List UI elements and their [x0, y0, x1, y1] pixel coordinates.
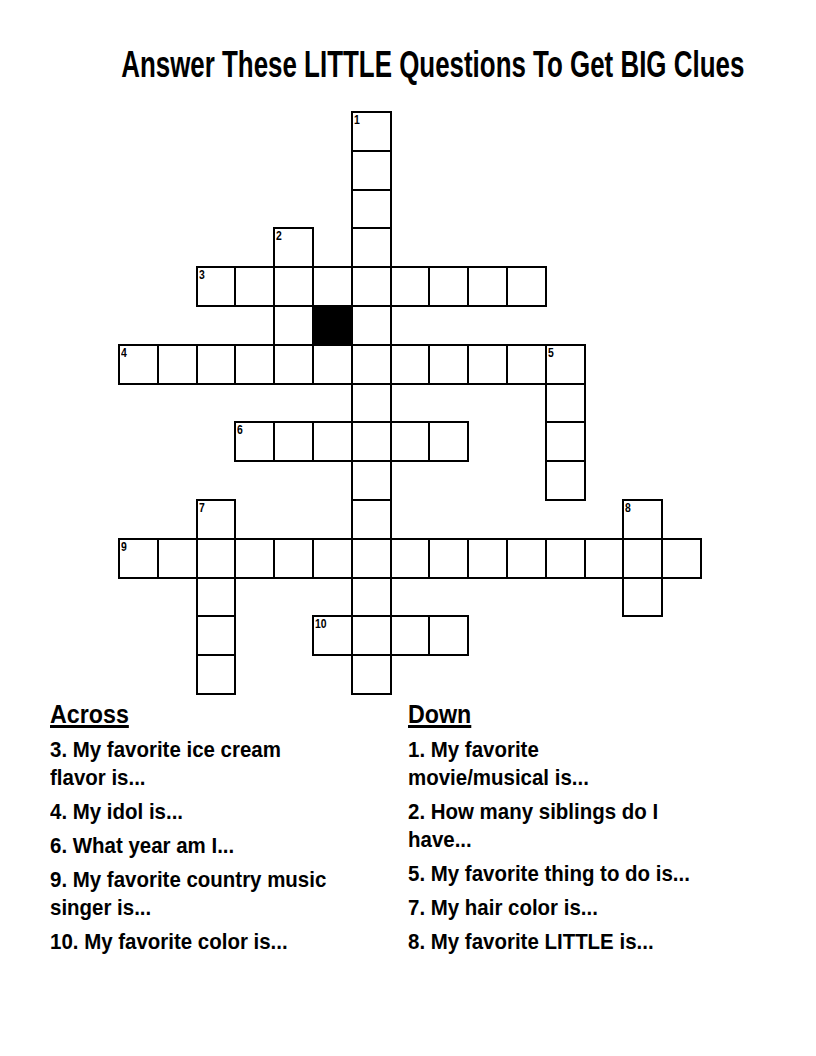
crossword-board: 12345678910 — [118, 111, 702, 695]
grid-cell[interactable] — [157, 538, 198, 579]
grid-cell[interactable] — [273, 538, 314, 579]
grid-cell[interactable] — [351, 305, 392, 346]
grid-cell[interactable] — [157, 344, 198, 385]
page-title: Answer These LITTLE Questions To Get BIG… — [0, 46, 816, 84]
grid-cell[interactable] — [312, 344, 353, 385]
grid-cell[interactable] — [390, 344, 431, 385]
grid-cell[interactable] — [661, 538, 702, 579]
grid-cell[interactable] — [467, 344, 508, 385]
grid-cell[interactable] — [273, 266, 314, 307]
grid-cell[interactable] — [196, 538, 237, 579]
crossword-worksheet-page: Answer These LITTLE Questions To Get BIG… — [0, 0, 816, 1056]
grid-cell[interactable] — [351, 460, 392, 501]
clue-down-5: 5. My favorite thing to do is... — [408, 860, 780, 888]
grid-cell[interactable] — [351, 499, 392, 540]
grid-cell[interactable] — [351, 227, 392, 268]
clue-line: 7. My hair color is... — [408, 894, 780, 922]
grid-cell[interactable]: 1 — [351, 111, 392, 152]
grid-cell[interactable] — [312, 421, 353, 462]
down-heading: Down — [408, 700, 780, 728]
grid-cell[interactable] — [351, 577, 392, 618]
grid-cell[interactable] — [545, 460, 586, 501]
grid-cell[interactable] — [351, 383, 392, 424]
across-clues-section: Across 3. My favorite ice creamflavor is… — [50, 700, 396, 962]
grid-cell[interactable] — [506, 344, 547, 385]
grid-cell[interactable]: 8 — [622, 499, 663, 540]
across-clue-list: 3. My favorite ice creamflavor is...4. M… — [50, 736, 396, 956]
clue-across-9: 9. My favorite country musicsinger is... — [50, 866, 396, 922]
grid-cell[interactable] — [196, 615, 237, 656]
clue-number: 6 — [237, 422, 243, 437]
grid-cell[interactable] — [351, 150, 392, 191]
clue-number: 10 — [315, 616, 327, 631]
clue-line: flavor is... — [50, 764, 396, 792]
page-title-text: Answer These LITTLE Questions To Get BIG… — [121, 46, 744, 84]
grid-cell[interactable]: 10 — [312, 615, 353, 656]
grid-cell[interactable] — [273, 421, 314, 462]
clue-across-6: 6. What year am I... — [50, 832, 396, 860]
clue-down-7: 7. My hair color is... — [408, 894, 780, 922]
grid-cell[interactable] — [351, 421, 392, 462]
grid-cell[interactable] — [467, 538, 508, 579]
grid-cell[interactable] — [312, 266, 353, 307]
clue-line: 4. My idol is... — [50, 798, 396, 826]
grid-cell[interactable] — [234, 266, 275, 307]
grid-cell[interactable] — [506, 266, 547, 307]
grid-cell[interactable] — [390, 538, 431, 579]
grid-cell[interactable] — [545, 421, 586, 462]
grid-cell[interactable] — [390, 421, 431, 462]
clue-across-4: 4. My idol is... — [50, 798, 396, 826]
clue-line: 3. My favorite ice cream — [50, 736, 396, 764]
clue-line: 10. My favorite color is... — [50, 928, 396, 956]
grid-cell[interactable]: 4 — [118, 344, 159, 385]
grid-cell[interactable] — [351, 538, 392, 579]
clue-number: 2 — [276, 228, 282, 243]
clue-number: 7 — [199, 500, 205, 515]
grid-cell[interactable]: 5 — [545, 344, 586, 385]
clue-number: 8 — [625, 500, 631, 515]
clue-number: 1 — [354, 112, 360, 127]
grid-cell[interactable] — [312, 538, 353, 579]
grid-cell[interactable] — [390, 615, 431, 656]
clue-line: 9. My favorite country music — [50, 866, 396, 894]
grid-cell[interactable] — [351, 344, 392, 385]
clue-down-1: 1. My favoritemovie/musical is... — [408, 736, 780, 792]
down-clue-list: 1. My favoritemovie/musical is...2. How … — [408, 736, 780, 956]
grid-cell[interactable]: 6 — [234, 421, 275, 462]
grid-cell[interactable] — [428, 615, 469, 656]
grid-cell[interactable] — [622, 577, 663, 618]
grid-cell[interactable] — [584, 538, 625, 579]
grid-cell[interactable] — [545, 383, 586, 424]
clue-line: 5. My favorite thing to do is... — [408, 860, 780, 888]
clue-line: 1. My favorite — [408, 736, 780, 764]
grid-cell[interactable] — [273, 305, 314, 346]
clue-number: 5 — [548, 345, 554, 360]
grid-cell[interactable] — [428, 538, 469, 579]
clue-line: 8. My favorite LITTLE is... — [408, 928, 780, 956]
grid-cell[interactable] — [390, 266, 431, 307]
grid-cell[interactable] — [351, 615, 392, 656]
clue-line: singer is... — [50, 894, 396, 922]
grid-cell[interactable] — [351, 189, 392, 230]
black-cell — [312, 305, 353, 346]
grid-cell[interactable] — [428, 344, 469, 385]
clue-down-8: 8. My favorite LITTLE is... — [408, 928, 780, 956]
clue-number: 9 — [121, 539, 127, 554]
grid-cell[interactable] — [273, 344, 314, 385]
grid-cell[interactable]: 7 — [196, 499, 237, 540]
clue-across-10: 10. My favorite color is... — [50, 928, 396, 956]
grid-cell[interactable] — [622, 538, 663, 579]
clue-number: 4 — [121, 345, 127, 360]
grid-cell[interactable] — [351, 654, 392, 695]
grid-cell[interactable] — [428, 266, 469, 307]
clue-line: have... — [408, 826, 780, 854]
clue-number: 3 — [199, 267, 205, 282]
grid-cell[interactable] — [351, 266, 392, 307]
grid-cell[interactable] — [196, 654, 237, 695]
grid-cell[interactable] — [234, 344, 275, 385]
clue-line: 2. How many siblings do I — [408, 798, 780, 826]
grid-cell[interactable]: 3 — [196, 266, 237, 307]
grid-cell[interactable] — [545, 538, 586, 579]
grid-cell[interactable] — [196, 344, 237, 385]
clue-line: 6. What year am I... — [50, 832, 396, 860]
grid-cell[interactable] — [467, 266, 508, 307]
grid-cell[interactable]: 2 — [273, 227, 314, 268]
clue-across-3: 3. My favorite ice creamflavor is... — [50, 736, 396, 792]
grid-cell[interactable] — [506, 538, 547, 579]
clue-line: movie/musical is... — [408, 764, 780, 792]
across-heading: Across — [50, 700, 396, 728]
down-clues-section: Down 1. My favoritemovie/musical is...2.… — [408, 700, 780, 962]
clue-down-2: 2. How many siblings do Ihave... — [408, 798, 780, 854]
grid-cell[interactable] — [428, 421, 469, 462]
grid-cell[interactable]: 9 — [118, 538, 159, 579]
grid-cell[interactable] — [234, 538, 275, 579]
grid-cell[interactable] — [196, 577, 237, 618]
